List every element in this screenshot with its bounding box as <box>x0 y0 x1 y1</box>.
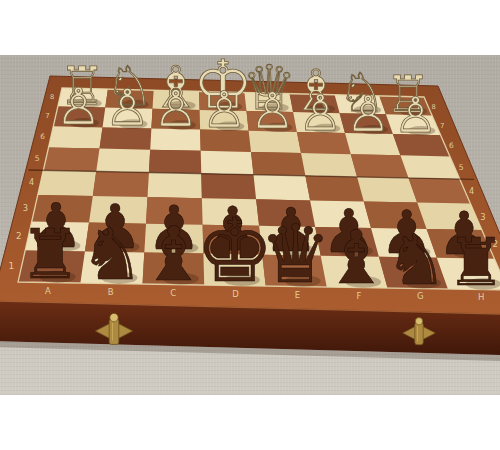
square-a5 <box>43 147 99 171</box>
chess-set-photo: ABCDEFGH123456782345678♖♘♗♔♕♗♘♖♙♙♙♙♙♙♙♙♟… <box>0 55 500 395</box>
square-d5 <box>201 151 254 175</box>
square-e5 <box>251 152 305 176</box>
rank-label-right-4: 4 <box>469 186 474 196</box>
square-f5 <box>301 153 357 177</box>
piece-light-pawn-b7: ♙ <box>105 78 150 137</box>
photo-area: ABCDEFGH123456782345678♖♘♗♔♕♗♘♖♙♙♙♙♙♙♙♙♟… <box>0 55 500 395</box>
piece-dark-knight-g1: ♞ <box>385 219 448 300</box>
square-b5 <box>96 149 150 173</box>
top-white-band <box>0 0 500 55</box>
rank-label-right-5: 5 <box>459 163 464 172</box>
rank-label-left-6: 6 <box>40 132 45 141</box>
rank-label-left-1: 1 <box>9 261 15 271</box>
piece-dark-rook-a1: ♜ <box>19 215 80 294</box>
square-c5 <box>149 150 201 174</box>
piece-light-pawn-d7: ♙ <box>202 80 247 139</box>
piece-light-pawn-c7: ♙ <box>153 79 198 138</box>
piece-dark-bishop-f1: ♝ <box>323 215 389 300</box>
bottom-white-band <box>0 395 500 450</box>
piece-light-pawn-a7: ♙ <box>56 77 101 136</box>
rank-label-right-6: 6 <box>449 141 454 150</box>
rank-label-left-8: 8 <box>50 93 54 101</box>
square-g5 <box>351 154 409 178</box>
piece-light-pawn-e7: ♙ <box>250 82 295 140</box>
piece-light-pawn-h7: ♙ <box>394 86 438 144</box>
piece-dark-queen-e1: ♛ <box>260 208 332 301</box>
piece-dark-knight-b1: ♞ <box>80 212 144 296</box>
product-photo-canvas: ABCDEFGH123456782345678♖♘♗♔♕♗♘♖♙♙♙♙♙♙♙♙♟… <box>0 0 500 450</box>
piece-light-pawn-f7: ♙ <box>298 84 343 142</box>
rank-label-left-3: 3 <box>23 203 28 213</box>
rank-label-left-5: 5 <box>35 154 40 163</box>
piece-dark-rook-h1: ♜ <box>447 224 500 301</box>
rank-label-left-7: 7 <box>45 112 49 120</box>
rank-label-right-7: 7 <box>440 122 444 130</box>
piece-light-pawn-g7: ♙ <box>346 85 390 143</box>
rank-label-left-4: 4 <box>29 177 34 187</box>
